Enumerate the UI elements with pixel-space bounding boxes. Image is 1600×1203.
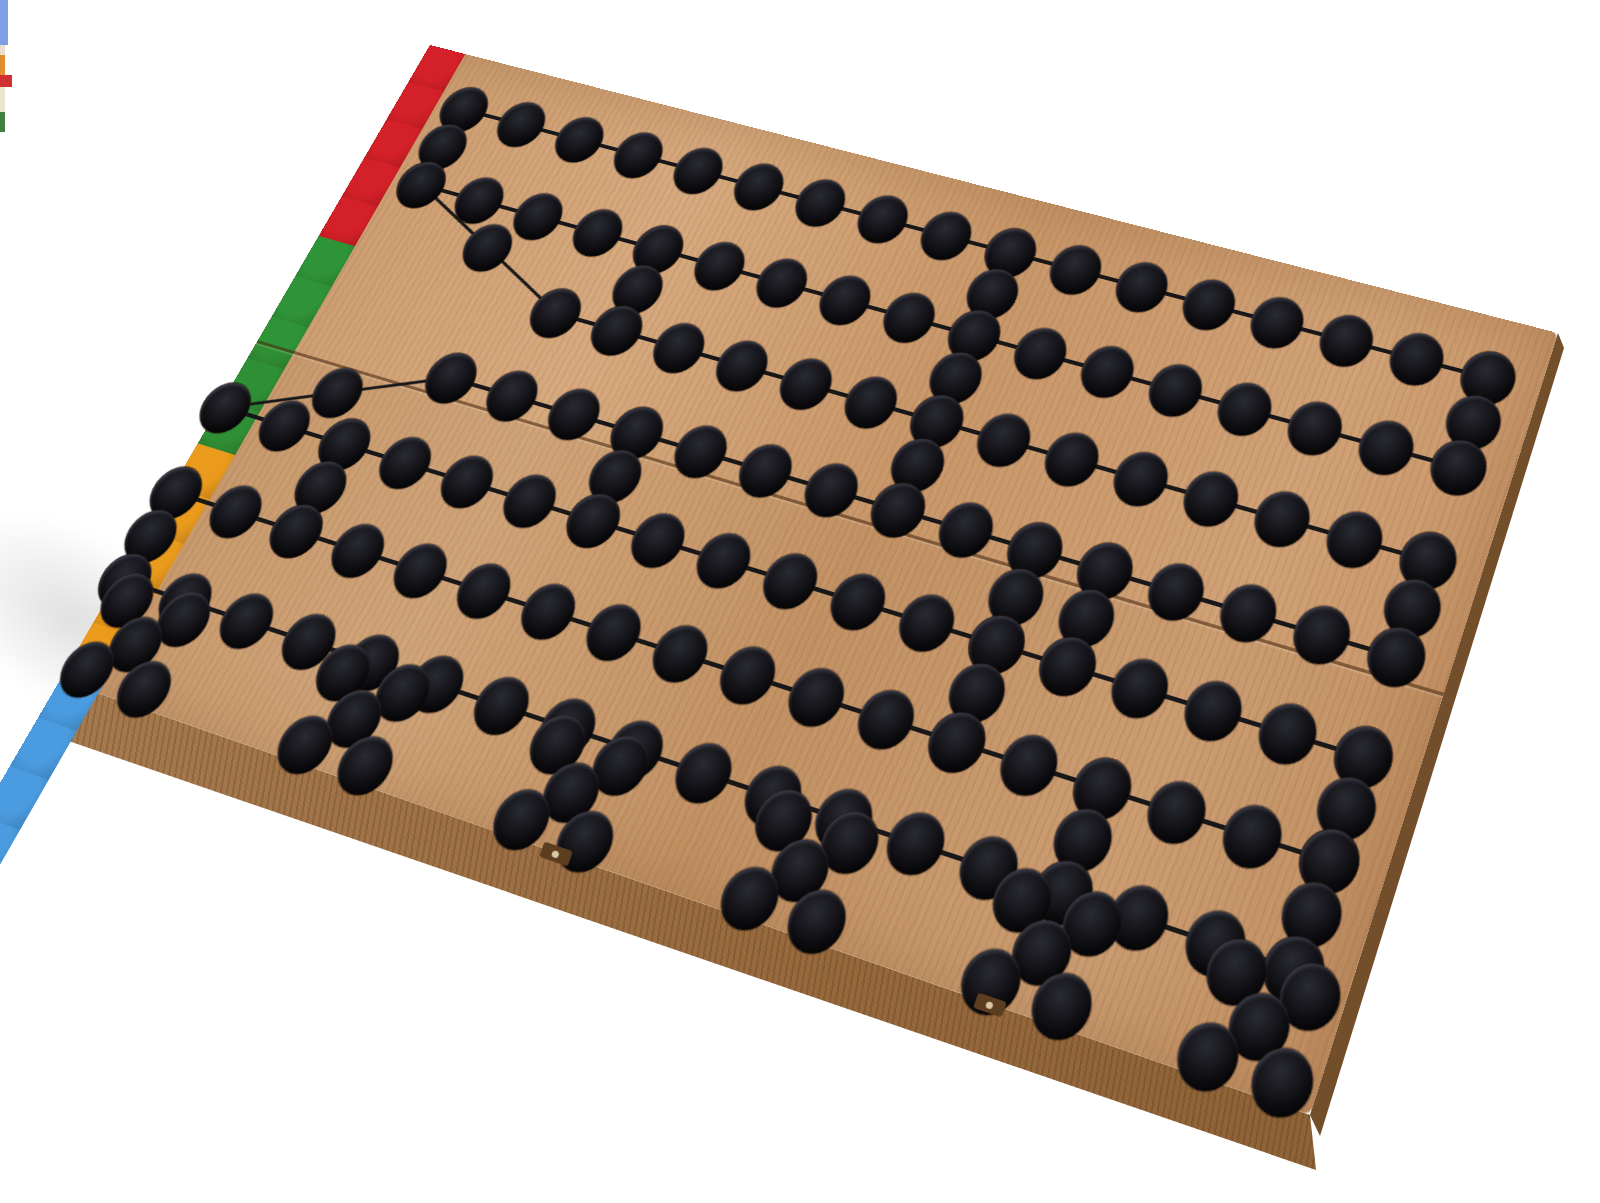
track-hole-r2[interactable] — [564, 204, 631, 261]
track-hole-r1[interactable] — [489, 98, 554, 152]
track-hole-r1[interactable] — [1042, 240, 1109, 300]
track-hole-r5[interactable] — [622, 508, 694, 574]
track-hole-r2[interactable] — [446, 173, 512, 229]
track-hole-r5[interactable] — [431, 450, 502, 514]
track-hole-r6[interactable] — [384, 538, 456, 605]
track-hole-r1[interactable] — [726, 159, 792, 215]
track-hole-r3[interactable] — [1037, 427, 1107, 492]
track-hole-r1[interactable] — [1383, 328, 1451, 391]
track-hole-r2[interactable] — [1006, 323, 1074, 385]
track-hole-r7[interactable] — [464, 671, 538, 742]
track-hole-r2[interactable] — [1141, 359, 1210, 423]
track-hole-r1[interactable] — [787, 175, 853, 232]
board-plane — [60, 45, 1558, 1115]
track-hole-r5[interactable] — [890, 588, 962, 658]
track-hole-r3[interactable] — [1176, 466, 1246, 533]
track-hole-r2[interactable] — [686, 237, 753, 296]
track-hole-r3[interactable] — [1106, 446, 1176, 512]
track-hole-r6[interactable] — [991, 728, 1066, 803]
track-hole-r6[interactable] — [711, 640, 785, 711]
track-hole-r5[interactable] — [754, 547, 826, 615]
track-hole-r4[interactable] — [1140, 557, 1212, 627]
track-hole-r2[interactable] — [1280, 396, 1349, 461]
track-hole-r5[interactable] — [1176, 674, 1249, 748]
track-hole-r1[interactable] — [1312, 310, 1380, 373]
track-hole-r4[interactable] — [477, 365, 546, 427]
die-pip — [0, 38, 8, 46]
die-pip — [0, 30, 8, 38]
track-hole-r6[interactable] — [512, 578, 585, 646]
track-hole-r3[interactable] — [707, 335, 776, 397]
photo-stage: { "game": "Barricade (Malefiz) — wooden … — [0, 0, 1600, 1203]
track-hole-r2[interactable] — [1073, 341, 1141, 404]
track-hole-r5[interactable] — [494, 469, 565, 534]
die-pip — [0, 23, 8, 31]
track-hole-r1[interactable] — [849, 191, 915, 249]
track-hole-r1[interactable] — [913, 207, 979, 265]
die-pip — [0, 0, 8, 8]
track-hole-r4[interactable] — [665, 420, 735, 484]
track-hole-r3[interactable] — [771, 353, 840, 415]
track-hole-r6[interactable] — [322, 518, 394, 584]
track-hole-r3[interactable] — [969, 408, 1039, 473]
track-hole-r6[interactable] — [577, 598, 650, 667]
track-hole-r2[interactable] — [1351, 415, 1420, 481]
track-hole-r1[interactable] — [1108, 257, 1175, 318]
track-hole-r4[interactable] — [796, 458, 867, 524]
track-hole-r1[interactable] — [1243, 292, 1310, 354]
track-hole-r1[interactable] — [547, 113, 612, 168]
track-hole-r2[interactable] — [505, 189, 572, 246]
die-pip — [0, 75, 12, 87]
track-hole-connector[interactable] — [416, 348, 485, 409]
track-hole-r6[interactable] — [447, 558, 520, 625]
track-hole-r7[interactable] — [666, 737, 741, 811]
track-hole-r1[interactable] — [605, 128, 670, 183]
track-hole-r7[interactable] — [210, 588, 283, 656]
track-hole-r5[interactable] — [688, 527, 760, 594]
track-hole-r2[interactable] — [1210, 377, 1279, 441]
track-hole-r6[interactable] — [779, 662, 853, 734]
track-hole-r5[interactable] — [370, 432, 441, 495]
track-hole-r6[interactable] — [849, 683, 923, 756]
track-hole-r2[interactable] — [875, 288, 943, 349]
track-hole-r5[interactable] — [1103, 652, 1176, 725]
track-hole-r6[interactable] — [643, 619, 716, 689]
track-hole-r3[interactable] — [644, 318, 712, 379]
track-hole-r1[interactable] — [1175, 274, 1242, 335]
track-hole-r2[interactable] — [811, 271, 879, 331]
track-hole-r5[interactable] — [822, 568, 894, 637]
die-pip — [0, 127, 5, 132]
dice-layer — [0, 0, 1600, 132]
track-hole-connector[interactable] — [303, 363, 372, 424]
die-pip — [0, 15, 8, 23]
track-hole-r4[interactable] — [1286, 599, 1358, 671]
track-hole-r4[interactable] — [730, 439, 800, 504]
track-hole-r4[interactable] — [539, 383, 609, 445]
track-hole-r6[interactable] — [1139, 774, 1214, 851]
track-hole-r4[interactable] — [930, 497, 1001, 564]
track-hole-r1[interactable] — [665, 143, 731, 199]
track-hole-r2[interactable] — [748, 254, 815, 313]
die-pip — [0, 8, 8, 16]
track-hole-r6[interactable] — [1215, 798, 1290, 876]
track-hole-r5[interactable] — [1251, 697, 1325, 772]
track-hole-r3[interactable] — [836, 371, 905, 434]
track-hole-r7[interactable] — [878, 806, 954, 883]
